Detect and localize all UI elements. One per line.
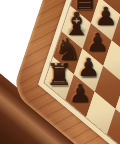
chess-set-photo: ♛♟♝♟♞♟♜♟: [0, 0, 120, 144]
chess-board-grid: ♛♟♝♟♞♟♜♟: [45, 0, 120, 144]
board-maple-border: ♛♟♝♟♞♟♜♟: [38, 0, 120, 144]
